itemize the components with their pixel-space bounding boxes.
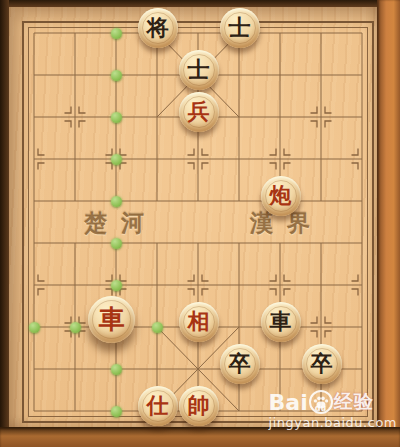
- move-target-dot[interactable]: [152, 322, 163, 333]
- piece-black-soldier-2[interactable]: 卒: [302, 344, 342, 384]
- baidu-paw-icon: du: [309, 390, 333, 414]
- move-target-dot[interactable]: [111, 70, 122, 81]
- board-frame-right: [377, 0, 400, 447]
- move-target-dot[interactable]: [111, 406, 122, 417]
- piece-red-advisor-1[interactable]: 仕: [138, 386, 178, 426]
- watermark-bai-text: Bai: [269, 390, 308, 415]
- move-target-dot[interactable]: [29, 322, 40, 333]
- baidu-jingyan-watermark: Bai du 经验 jingyan.baidu.com: [269, 390, 397, 430]
- move-target-dot[interactable]: [111, 154, 122, 165]
- move-target-dot[interactable]: [111, 280, 122, 291]
- piece-black-advisor-2[interactable]: 士: [179, 50, 219, 90]
- piece-red-cannon-1[interactable]: 炮: [261, 176, 301, 216]
- watermark-jingyan-text: 经验: [334, 389, 374, 415]
- xiangqi-board[interactable]: 将士士兵炮車相車卒卒仕帥: [14, 12, 383, 432]
- watermark-brand-row: Bai du 经验: [269, 390, 397, 414]
- move-target-dot[interactable]: [111, 112, 122, 123]
- watermark-du-text: du: [315, 404, 326, 413]
- watermark-url-text: jingyan.baidu.com: [269, 415, 397, 430]
- piece-black-soldier-1[interactable]: 卒: [220, 344, 260, 384]
- move-target-dot[interactable]: [111, 28, 122, 39]
- piece-red-soldier-1[interactable]: 兵: [179, 92, 219, 132]
- piece-black-chariot-1[interactable]: 車: [261, 302, 301, 342]
- move-target-dot[interactable]: [111, 238, 122, 249]
- piece-red-chariot-1[interactable]: 車: [88, 296, 135, 343]
- move-target-dot[interactable]: [111, 196, 122, 207]
- piece-black-general[interactable]: 将: [138, 8, 178, 48]
- xiangqi-game-screen: 楚 河 漢 界 将士士兵炮車相車卒卒仕帥 Bai du 经验 jingyan.b…: [0, 0, 400, 447]
- piece-black-advisor-1[interactable]: 士: [220, 8, 260, 48]
- move-target-dot[interactable]: [111, 364, 122, 375]
- piece-red-elephant-1[interactable]: 相: [179, 302, 219, 342]
- board-frame-bottom: [0, 427, 400, 447]
- piece-red-general-1[interactable]: 帥: [179, 386, 219, 426]
- move-target-dot[interactable]: [70, 322, 81, 333]
